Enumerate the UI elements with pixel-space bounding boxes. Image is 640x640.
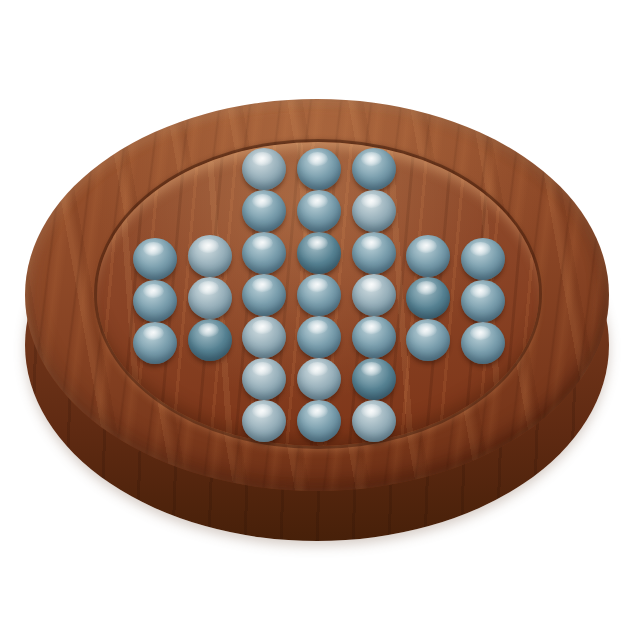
marble-r2c4[interactable] — [297, 190, 341, 232]
board-cell-r4c7 — [455, 274, 510, 316]
marble-r4c7[interactable] — [461, 280, 505, 322]
marble-r1c4[interactable] — [297, 148, 341, 190]
board-cell-r3c4 — [292, 232, 347, 274]
board-cell-r1c4 — [292, 148, 347, 190]
marble-r1c3[interactable] — [242, 148, 286, 190]
board-cell-r5c4 — [292, 316, 347, 358]
board-cell-r7c4 — [292, 400, 347, 442]
marble-r7c3[interactable] — [242, 400, 286, 442]
board-cell-r3c1 — [128, 232, 183, 274]
marble-r4c6[interactable] — [406, 277, 450, 319]
board-cell-r1c6 — [401, 148, 456, 190]
board-cell-r1c2 — [183, 148, 238, 190]
board-cell-r7c6 — [401, 400, 456, 442]
board-cell-r7c3 — [237, 400, 292, 442]
marble-r3c2[interactable] — [188, 235, 232, 277]
board-cell-r6c4 — [292, 358, 347, 400]
board-cell-r7c2 — [183, 400, 238, 442]
board-cell-r3c5 — [346, 232, 401, 274]
board-cell-r5c3 — [237, 316, 292, 358]
board-cell-r6c2 — [183, 358, 238, 400]
marble-r2c3[interactable] — [242, 190, 286, 232]
board-cell-r2c6 — [401, 190, 456, 232]
marble-grid — [128, 148, 510, 422]
board-cell-r5c5 — [346, 316, 401, 358]
marble-r3c6[interactable] — [406, 235, 450, 277]
board-cell-r4c3 — [237, 274, 292, 316]
board-cell-r5c7 — [455, 316, 510, 358]
marble-r7c4[interactable] — [297, 400, 341, 442]
marble-r2c5[interactable] — [352, 190, 396, 232]
board-cell-r7c5 — [346, 400, 401, 442]
board-cell-r2c7 — [455, 190, 510, 232]
marble-r3c5[interactable] — [352, 232, 396, 274]
marble-r4c5[interactable] — [352, 274, 396, 316]
marble-r5c1[interactable] — [133, 322, 177, 364]
marble-r5c3[interactable] — [242, 316, 286, 358]
marble-r3c1[interactable] — [133, 238, 177, 280]
marble-r4c2[interactable] — [188, 277, 232, 319]
marble-r5c6[interactable] — [406, 319, 450, 361]
board-cell-r7c1 — [128, 400, 183, 442]
board-cell-r2c3 — [237, 190, 292, 232]
marble-r5c7[interactable] — [461, 322, 505, 364]
board-cell-r1c3 — [237, 148, 292, 190]
board-cell-r6c7 — [455, 358, 510, 400]
board-cell-r4c6 — [401, 274, 456, 316]
board-cell-r4c2 — [183, 274, 238, 316]
board-cell-r5c6 — [401, 316, 456, 358]
board-cell-r2c2 — [183, 190, 238, 232]
marble-r3c3[interactable] — [242, 232, 286, 274]
board-cell-r6c6 — [401, 358, 456, 400]
board-cell-r5c1 — [128, 316, 183, 358]
marble-r3c4[interactable] — [297, 232, 341, 274]
marble-r4c4[interactable] — [297, 274, 341, 316]
board-cell-r6c1 — [128, 358, 183, 400]
board-cell-r2c5 — [346, 190, 401, 232]
marble-r3c7[interactable] — [461, 238, 505, 280]
marble-r4c1[interactable] — [133, 280, 177, 322]
marble-r4c3[interactable] — [242, 274, 286, 316]
board-cell-r5c2 — [183, 316, 238, 358]
marble-r6c3[interactable] — [242, 358, 286, 400]
marble-r7c5[interactable] — [352, 400, 396, 442]
board-cell-r4c1 — [128, 274, 183, 316]
board-cell-r3c2 — [183, 232, 238, 274]
board-cell-r6c5 — [346, 358, 401, 400]
board-cell-r4c4 — [292, 274, 347, 316]
board-cell-r3c6 — [401, 232, 456, 274]
board-cell-r3c3 — [237, 232, 292, 274]
marble-r5c4[interactable] — [297, 316, 341, 358]
marble-r5c5[interactable] — [352, 316, 396, 358]
board-cell-r7c7 — [455, 400, 510, 442]
board-cell-r4c5 — [346, 274, 401, 316]
marble-r5c2[interactable] — [188, 319, 232, 361]
board-cell-r1c5 — [346, 148, 401, 190]
marble-r1c5[interactable] — [352, 148, 396, 190]
board-cell-r2c4 — [292, 190, 347, 232]
marble-r6c5[interactable] — [352, 358, 396, 400]
board-cell-r1c7 — [455, 148, 510, 190]
marble-r6c4[interactable] — [297, 358, 341, 400]
board-cell-r1c1 — [128, 148, 183, 190]
board-cell-r2c1 — [128, 190, 183, 232]
solitaire-board-photo — [0, 0, 640, 640]
board-cell-r6c3 — [237, 358, 292, 400]
board-cell-r3c7 — [455, 232, 510, 274]
